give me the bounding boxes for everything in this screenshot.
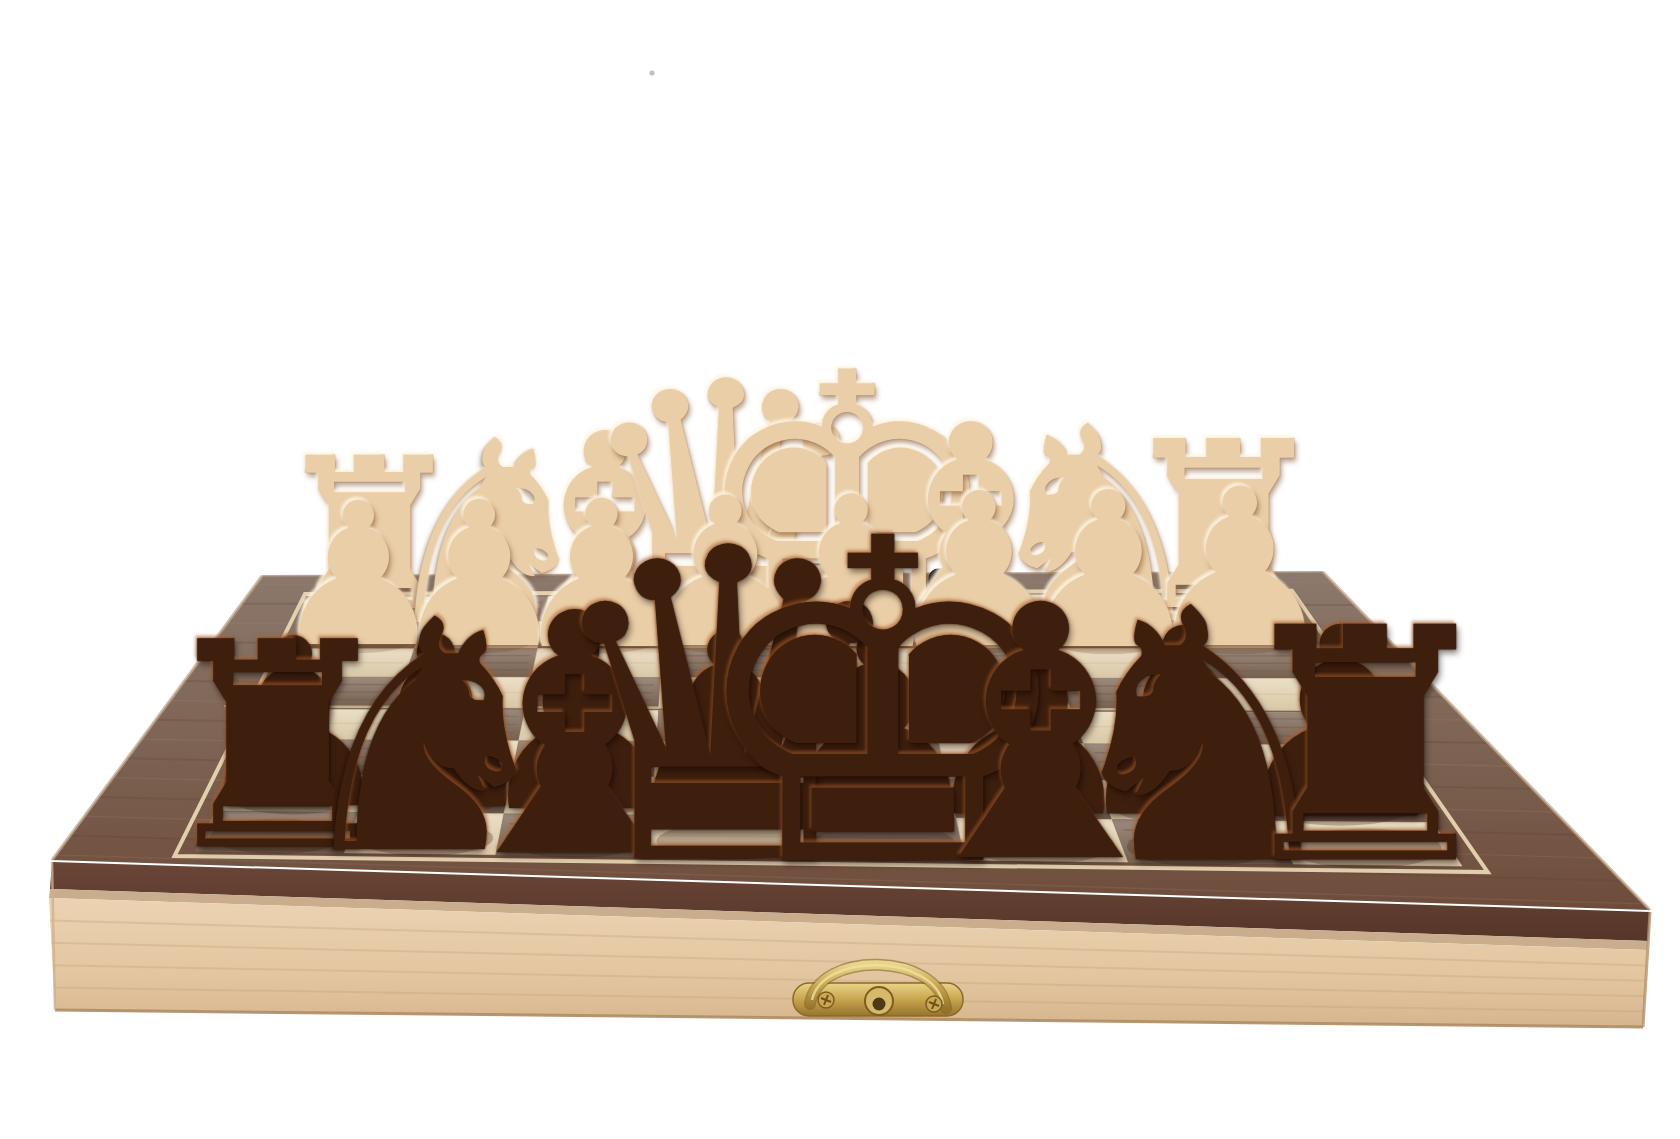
chess-set-photo: ♜♞♝♛♚♝♞♜♟♟♟♟♟♟♟♟♟♟♟♟♟♟♟♟♜♞♝♛♚♝♞♜ xyxy=(0,0,1680,1139)
pieces-layer: ♜♞♝♛♚♝♞♜♟♟♟♟♟♟♟♟♟♟♟♟♟♟♟♟♜♞♝♛♚♝♞♜ xyxy=(0,0,1680,1139)
black-rook-file8[interactable]: ♜ xyxy=(1204,587,1526,909)
